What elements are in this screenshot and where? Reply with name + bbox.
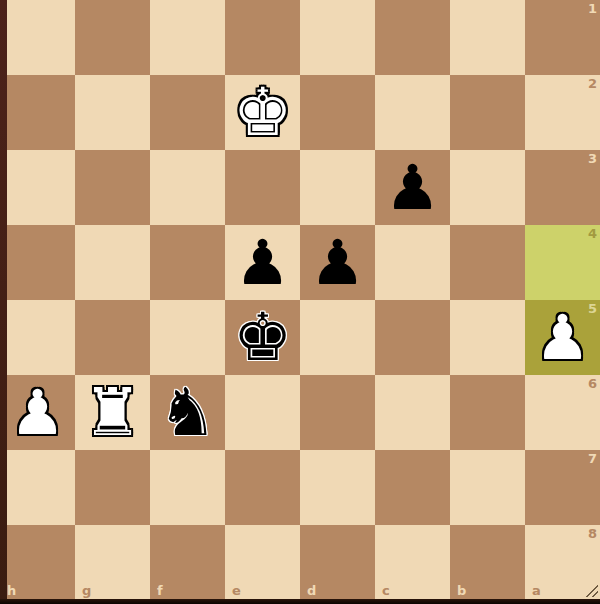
square-c7[interactable] <box>375 450 450 525</box>
square-a7[interactable]: 7 <box>525 450 600 525</box>
square-e7[interactable] <box>225 450 300 525</box>
square-g8[interactable]: g <box>75 525 150 600</box>
piece-black-knight[interactable]: ♞ <box>150 375 225 450</box>
square-f4[interactable] <box>150 225 225 300</box>
square-c5[interactable] <box>375 300 450 375</box>
square-g3[interactable] <box>75 150 150 225</box>
square-b5[interactable] <box>450 300 525 375</box>
chess-board: 1♚2♟3♟♟4♚5♟♟♜♞67hgfedcb8a <box>0 0 600 600</box>
piece-white-pawn[interactable]: ♟ <box>525 300 600 375</box>
square-d7[interactable] <box>300 450 375 525</box>
square-e6[interactable] <box>225 375 300 450</box>
piece-black-pawn[interactable]: ♟ <box>375 150 450 225</box>
square-g2[interactable] <box>75 75 150 150</box>
square-a1[interactable]: 1 <box>525 0 600 75</box>
piece-white-king[interactable]: ♚ <box>225 75 300 150</box>
square-f3[interactable] <box>150 150 225 225</box>
file-label-d: d <box>307 583 316 598</box>
piece-black-pawn[interactable]: ♟ <box>225 225 300 300</box>
piece-black-king[interactable]: ♚ <box>225 300 300 375</box>
rank-label-2: 2 <box>588 76 597 91</box>
square-a8[interactable]: 8a <box>525 525 600 600</box>
square-b1[interactable] <box>450 0 525 75</box>
file-label-f: f <box>157 583 163 598</box>
file-label-h: h <box>7 583 16 598</box>
square-d4[interactable]: ♟ <box>300 225 375 300</box>
square-d2[interactable] <box>300 75 375 150</box>
square-b7[interactable] <box>450 450 525 525</box>
square-d6[interactable] <box>300 375 375 450</box>
square-c4[interactable] <box>375 225 450 300</box>
square-b2[interactable] <box>450 75 525 150</box>
piece-black-pawn[interactable]: ♟ <box>300 225 375 300</box>
rank-label-4: 4 <box>588 226 597 241</box>
rank-label-7: 7 <box>588 451 597 466</box>
square-a3[interactable]: 3 <box>525 150 600 225</box>
square-f2[interactable] <box>150 75 225 150</box>
square-d1[interactable] <box>300 0 375 75</box>
chess-board-window: 1♚2♟3♟♟4♚5♟♟♜♞67hgfedcb8a <box>0 0 600 604</box>
square-c2[interactable] <box>375 75 450 150</box>
window-bottom-edge-bar <box>0 599 600 604</box>
square-c3[interactable]: ♟ <box>375 150 450 225</box>
square-e1[interactable] <box>225 0 300 75</box>
square-h6[interactable]: ♟ <box>0 375 75 450</box>
square-b6[interactable] <box>450 375 525 450</box>
square-g1[interactable] <box>75 0 150 75</box>
square-e8[interactable]: e <box>225 525 300 600</box>
square-h3[interactable] <box>0 150 75 225</box>
square-c8[interactable]: c <box>375 525 450 600</box>
square-h7[interactable] <box>0 450 75 525</box>
file-label-c: c <box>382 583 390 598</box>
square-f5[interactable] <box>150 300 225 375</box>
square-h2[interactable] <box>0 75 75 150</box>
piece-white-rook[interactable]: ♜ <box>75 375 150 450</box>
window-left-edge-strip <box>0 0 7 604</box>
square-f8[interactable]: f <box>150 525 225 600</box>
square-b8[interactable]: b <box>450 525 525 600</box>
square-d8[interactable]: d <box>300 525 375 600</box>
file-label-a: a <box>532 583 541 598</box>
square-b4[interactable] <box>450 225 525 300</box>
square-a5[interactable]: 5♟ <box>525 300 600 375</box>
square-c6[interactable] <box>375 375 450 450</box>
square-c1[interactable] <box>375 0 450 75</box>
square-h8[interactable]: h <box>0 525 75 600</box>
square-d3[interactable] <box>300 150 375 225</box>
square-e2[interactable]: ♚ <box>225 75 300 150</box>
square-f6[interactable]: ♞ <box>150 375 225 450</box>
square-e3[interactable] <box>225 150 300 225</box>
square-d5[interactable] <box>300 300 375 375</box>
square-a6[interactable]: 6 <box>525 375 600 450</box>
square-e5[interactable]: ♚ <box>225 300 300 375</box>
file-label-g: g <box>82 583 91 598</box>
file-label-b: b <box>457 583 466 598</box>
file-label-e: e <box>232 583 241 598</box>
rank-label-1: 1 <box>588 1 597 16</box>
square-e4[interactable]: ♟ <box>225 225 300 300</box>
square-g7[interactable] <box>75 450 150 525</box>
square-a4[interactable]: 4 <box>525 225 600 300</box>
square-g5[interactable] <box>75 300 150 375</box>
piece-white-pawn[interactable]: ♟ <box>0 375 75 450</box>
square-b3[interactable] <box>450 150 525 225</box>
square-f1[interactable] <box>150 0 225 75</box>
square-h1[interactable] <box>0 0 75 75</box>
rank-label-3: 3 <box>588 151 597 166</box>
rank-label-6: 6 <box>588 376 597 391</box>
square-g4[interactable] <box>75 225 150 300</box>
square-f7[interactable] <box>150 450 225 525</box>
square-g6[interactable]: ♜ <box>75 375 150 450</box>
square-a2[interactable]: 2 <box>525 75 600 150</box>
square-h5[interactable] <box>0 300 75 375</box>
square-h4[interactable] <box>0 225 75 300</box>
rank-label-8: 8 <box>588 526 597 541</box>
